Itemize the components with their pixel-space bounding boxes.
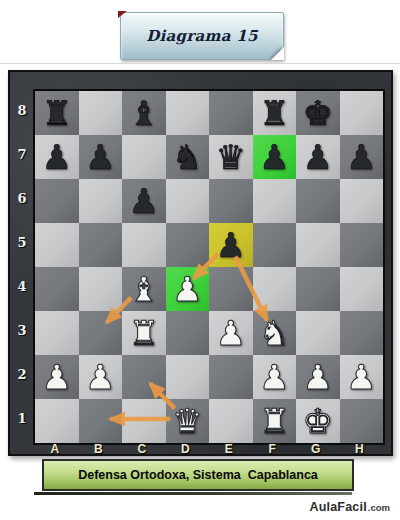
square-b4 [79,267,123,311]
square-g3 [296,311,340,355]
piece-white-queen: ♛ [172,404,202,438]
square-g1: ♚ [296,399,340,443]
piece-black-pawn: ♟ [42,140,72,174]
square-a6 [35,179,79,223]
square-c3: ♜ [122,311,166,355]
file-label-a: A [33,442,77,456]
piece-white-pawn: ♟ [216,316,246,350]
square-e7: ♛ [209,135,253,179]
file-labels: ABCDEFGH [33,442,381,456]
square-b3 [79,311,123,355]
square-h7: ♟ [340,135,384,179]
square-a1 [35,399,79,443]
file-label-g: G [294,442,338,456]
square-f1: ♜ [253,399,297,443]
rank-labels: 87654321 [12,89,32,441]
square-b5 [79,223,123,267]
piece-black-knight: ♞ [172,140,202,174]
square-h2: ♟ [340,355,384,399]
square-f2: ♟ [253,355,297,399]
diagram-title-banner: Diagrama 15 [120,12,284,60]
square-f5 [253,223,297,267]
square-h8 [340,91,384,135]
caption-shadow-line [34,492,352,495]
square-c5 [122,223,166,267]
square-e8 [209,91,253,135]
square-d8 [166,91,210,135]
square-f8: ♜ [253,91,297,135]
square-a2: ♟ [35,355,79,399]
square-c6: ♟ [122,179,166,223]
piece-white-pawn: ♟ [42,360,72,394]
square-d1: ♛ [166,399,210,443]
square-f4 [253,267,297,311]
chess-board-frame: 87654321 ♜♝♜♚♟♟♞♛♟♟♟♟♟♝♟♜♟♞♟♟♟♟♟♛♜♚ ABCD… [8,70,393,456]
rank-label-1: 1 [12,397,32,441]
chess-board: ♜♝♜♚♟♟♞♛♟♟♟♟♟♝♟♜♟♞♟♟♟♟♟♛♜♚ [33,89,385,445]
square-f6 [253,179,297,223]
square-a4 [35,267,79,311]
brand-name: AulaFacil [309,500,366,514]
piece-black-king: ♚ [303,96,333,130]
square-b7: ♟ [79,135,123,179]
diagram-title: Diagrama 15 [146,27,258,45]
file-label-c: C [120,442,164,456]
piece-black-pawn: ♟ [303,140,333,174]
square-d5 [166,223,210,267]
piece-black-pawn: ♟ [85,140,115,174]
square-f3: ♞ [253,311,297,355]
square-b2: ♟ [79,355,123,399]
piece-white-bishop: ♝ [129,272,159,306]
rank-label-2: 2 [12,353,32,397]
square-h1 [340,399,384,443]
caption-text: Defensa Ortodoxa, Sistema Capablanca [78,468,318,482]
rank-label-5: 5 [12,221,32,265]
piece-white-king: ♚ [303,404,333,438]
piece-black-rook: ♜ [259,96,289,130]
piece-white-knight: ♞ [259,316,289,350]
piece-white-rook: ♜ [129,316,159,350]
rank-label-4: 4 [12,265,32,309]
caption-box: Defensa Ortodoxa, Sistema Capablanca [42,459,354,491]
square-c4: ♝ [122,267,166,311]
file-label-h: H [338,442,382,456]
piece-black-pawn: ♟ [259,140,289,174]
file-label-d: D [164,442,208,456]
square-h3 [340,311,384,355]
square-h6 [340,179,384,223]
rank-label-6: 6 [12,177,32,221]
square-g2: ♟ [296,355,340,399]
square-e6 [209,179,253,223]
square-e5: ♟ [209,223,253,267]
square-c7 [122,135,166,179]
piece-white-pawn: ♟ [346,360,376,394]
file-label-b: B [77,442,121,456]
square-e2 [209,355,253,399]
square-h5 [340,223,384,267]
square-d2 [166,355,210,399]
rank-label-3: 3 [12,309,32,353]
square-d3 [166,311,210,355]
square-b8 [79,91,123,135]
square-f7: ♟ [253,135,297,179]
piece-black-pawn: ♟ [216,228,246,262]
rank-label-8: 8 [12,89,32,133]
square-a3 [35,311,79,355]
square-h4 [340,267,384,311]
file-label-e: E [207,442,251,456]
file-label-f: F [251,442,295,456]
piece-white-pawn: ♟ [259,360,289,394]
square-g5 [296,223,340,267]
square-g8: ♚ [296,91,340,135]
piece-black-bishop: ♝ [129,96,159,130]
square-a8: ♜ [35,91,79,135]
piece-white-pawn: ♟ [303,360,333,394]
piece-black-rook: ♜ [42,96,72,130]
square-d4: ♟ [166,267,210,311]
square-g6 [296,179,340,223]
piece-black-queen: ♛ [216,140,246,174]
square-c1 [122,399,166,443]
divider-line [0,63,400,64]
piece-white-pawn: ♟ [172,272,202,306]
square-d7: ♞ [166,135,210,179]
square-a5 [35,223,79,267]
square-g7: ♟ [296,135,340,179]
rank-label-7: 7 [12,133,32,177]
piece-white-rook: ♜ [259,404,289,438]
piece-white-pawn: ♟ [85,360,115,394]
brand-tld: .com [368,502,390,513]
site-branding: AulaFacil .com [309,500,390,514]
square-c8: ♝ [122,91,166,135]
square-g4 [296,267,340,311]
square-c2 [122,355,166,399]
square-b6 [79,179,123,223]
square-b1 [79,399,123,443]
square-e4 [209,267,253,311]
square-d6 [166,179,210,223]
square-e1 [209,399,253,443]
square-a7: ♟ [35,135,79,179]
piece-black-pawn: ♟ [129,184,159,218]
piece-black-pawn: ♟ [346,140,376,174]
square-e3: ♟ [209,311,253,355]
